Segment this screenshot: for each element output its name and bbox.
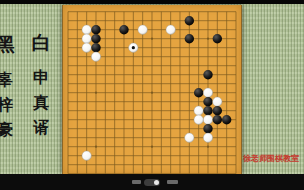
stone xyxy=(185,16,194,25)
last-move-marker xyxy=(132,46,135,49)
stone xyxy=(91,52,100,61)
stone xyxy=(203,124,212,133)
stone xyxy=(213,106,222,115)
stone xyxy=(91,43,100,52)
stone xyxy=(185,133,194,142)
stone xyxy=(203,115,212,124)
white-name-char: 申 xyxy=(30,65,52,90)
stone xyxy=(222,115,231,124)
stone xyxy=(213,34,222,43)
stone xyxy=(82,25,91,34)
stone xyxy=(194,106,203,115)
stone xyxy=(185,34,194,43)
stone xyxy=(166,25,175,34)
stone xyxy=(203,133,212,142)
white-side-label: 白 xyxy=(30,32,52,52)
toggle-knob xyxy=(154,180,159,185)
stone xyxy=(91,34,100,43)
black-name-char: 豪 xyxy=(0,117,16,142)
stone xyxy=(213,115,222,124)
black-side-label: 黑 xyxy=(0,34,16,54)
danmaku-toggle[interactable] xyxy=(144,179,160,186)
black-name-char: 梓 xyxy=(0,92,16,117)
white-name-char: 谞 xyxy=(30,115,52,140)
stone xyxy=(203,106,212,115)
stone xyxy=(119,25,128,34)
white-player-name-column: 白 申 真 谞 xyxy=(30,32,52,140)
black-name-char: 辜 xyxy=(0,67,16,92)
stone xyxy=(203,70,212,79)
stone xyxy=(213,97,222,106)
white-name-char: 真 xyxy=(30,90,52,115)
stone xyxy=(91,25,100,34)
stone xyxy=(203,88,212,97)
stone xyxy=(82,34,91,43)
black-player-name-column: 黑 辜 梓 豪 xyxy=(0,34,16,142)
stone xyxy=(194,115,203,124)
stone xyxy=(138,25,147,34)
stone xyxy=(194,88,203,97)
control-label-left xyxy=(132,180,141,184)
stone xyxy=(82,151,91,160)
classroom-watermark: 徐老师围棋教室 xyxy=(243,154,303,163)
control-label-right xyxy=(167,180,178,184)
stone xyxy=(203,97,212,106)
player-control-bar[interactable] xyxy=(0,174,304,190)
stone xyxy=(82,43,91,52)
go-board[interactable] xyxy=(62,5,242,174)
video-frame: 黑 辜 梓 豪 白 申 真 谞 徐老师围棋教室 xyxy=(0,0,304,190)
board-grid xyxy=(63,5,241,174)
